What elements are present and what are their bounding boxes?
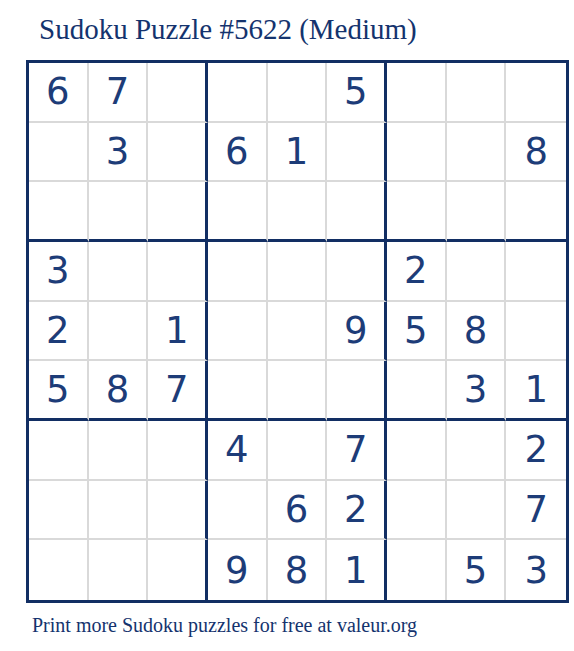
cell-r2c3 bbox=[148, 123, 208, 183]
cell-r7c7 bbox=[387, 421, 447, 481]
cell-r9c2 bbox=[89, 540, 149, 600]
cell-r5c4 bbox=[208, 302, 268, 362]
cell-r6c6 bbox=[327, 361, 387, 421]
cell-r9c5: 8 bbox=[268, 540, 328, 600]
cell-r2c5: 1 bbox=[268, 123, 328, 183]
cell-r4c8 bbox=[447, 242, 507, 302]
cell-r7c8 bbox=[447, 421, 507, 481]
cell-r7c5 bbox=[268, 421, 328, 481]
cell-r4c5 bbox=[268, 242, 328, 302]
cell-r9c3 bbox=[148, 540, 208, 600]
page-title: Sudoku Puzzle #5622 (Medium) bbox=[39, 13, 417, 46]
cell-r9c8: 5 bbox=[447, 540, 507, 600]
cell-r3c1 bbox=[29, 182, 89, 242]
cell-r4c6 bbox=[327, 242, 387, 302]
cell-r8c8 bbox=[447, 481, 507, 541]
cell-r4c9 bbox=[506, 242, 566, 302]
cell-r4c7: 2 bbox=[387, 242, 447, 302]
cell-r3c6 bbox=[327, 182, 387, 242]
cell-r8c3 bbox=[148, 481, 208, 541]
cell-r5c8: 8 bbox=[447, 302, 507, 362]
cell-r4c4 bbox=[208, 242, 268, 302]
cell-r1c1: 6 bbox=[29, 63, 89, 123]
cell-r3c8 bbox=[447, 182, 507, 242]
cell-r2c8 bbox=[447, 123, 507, 183]
sudoku-board: 675361832219585873147262798153 bbox=[26, 60, 569, 603]
cell-r6c3: 7 bbox=[148, 361, 208, 421]
cell-r4c2 bbox=[89, 242, 149, 302]
cell-r2c9: 8 bbox=[506, 123, 566, 183]
cell-r8c6: 2 bbox=[327, 481, 387, 541]
cell-r6c1: 5 bbox=[29, 361, 89, 421]
cell-r7c6: 7 bbox=[327, 421, 387, 481]
cell-r7c9: 2 bbox=[506, 421, 566, 481]
cell-r8c7 bbox=[387, 481, 447, 541]
cell-r6c2: 8 bbox=[89, 361, 149, 421]
cell-r3c9 bbox=[506, 182, 566, 242]
cell-r2c4: 6 bbox=[208, 123, 268, 183]
cell-r6c5 bbox=[268, 361, 328, 421]
cell-r1c6: 5 bbox=[327, 63, 387, 123]
cell-r8c9: 7 bbox=[506, 481, 566, 541]
cell-r5c1: 2 bbox=[29, 302, 89, 362]
cell-r7c3 bbox=[148, 421, 208, 481]
cell-r5c9 bbox=[506, 302, 566, 362]
cell-r5c7: 5 bbox=[387, 302, 447, 362]
cell-r2c2: 3 bbox=[89, 123, 149, 183]
cell-r2c7 bbox=[387, 123, 447, 183]
cell-r1c5 bbox=[268, 63, 328, 123]
cell-r8c4 bbox=[208, 481, 268, 541]
cell-r8c2 bbox=[89, 481, 149, 541]
cell-r3c7 bbox=[387, 182, 447, 242]
cell-r9c9: 3 bbox=[506, 540, 566, 600]
cell-r8c5: 6 bbox=[268, 481, 328, 541]
cell-r1c9 bbox=[506, 63, 566, 123]
page: Sudoku Puzzle #5622 (Medium) 67536183221… bbox=[0, 0, 574, 651]
cell-r5c5 bbox=[268, 302, 328, 362]
cell-r3c2 bbox=[89, 182, 149, 242]
cell-r1c3 bbox=[148, 63, 208, 123]
cell-r2c1 bbox=[29, 123, 89, 183]
cell-r5c3: 1 bbox=[148, 302, 208, 362]
cell-r9c7 bbox=[387, 540, 447, 600]
cell-r2c6 bbox=[327, 123, 387, 183]
cell-r1c4 bbox=[208, 63, 268, 123]
cell-r3c5 bbox=[268, 182, 328, 242]
cell-r7c4: 4 bbox=[208, 421, 268, 481]
cell-r7c2 bbox=[89, 421, 149, 481]
cell-r9c4: 9 bbox=[208, 540, 268, 600]
cell-r3c3 bbox=[148, 182, 208, 242]
footer-credit: Print more Sudoku puzzles for free at va… bbox=[32, 614, 417, 637]
cell-r8c1 bbox=[29, 481, 89, 541]
cell-r6c7 bbox=[387, 361, 447, 421]
cell-r6c4 bbox=[208, 361, 268, 421]
cell-r3c4 bbox=[208, 182, 268, 242]
cell-r1c7 bbox=[387, 63, 447, 123]
cell-r9c6: 1 bbox=[327, 540, 387, 600]
cell-r4c1: 3 bbox=[29, 242, 89, 302]
cell-r4c3 bbox=[148, 242, 208, 302]
cell-r7c1 bbox=[29, 421, 89, 481]
cell-r6c8: 3 bbox=[447, 361, 507, 421]
cell-r5c2 bbox=[89, 302, 149, 362]
cell-r6c9: 1 bbox=[506, 361, 566, 421]
cell-r5c6: 9 bbox=[327, 302, 387, 362]
cell-r1c8 bbox=[447, 63, 507, 123]
cell-r9c1 bbox=[29, 540, 89, 600]
cell-r1c2: 7 bbox=[89, 63, 149, 123]
